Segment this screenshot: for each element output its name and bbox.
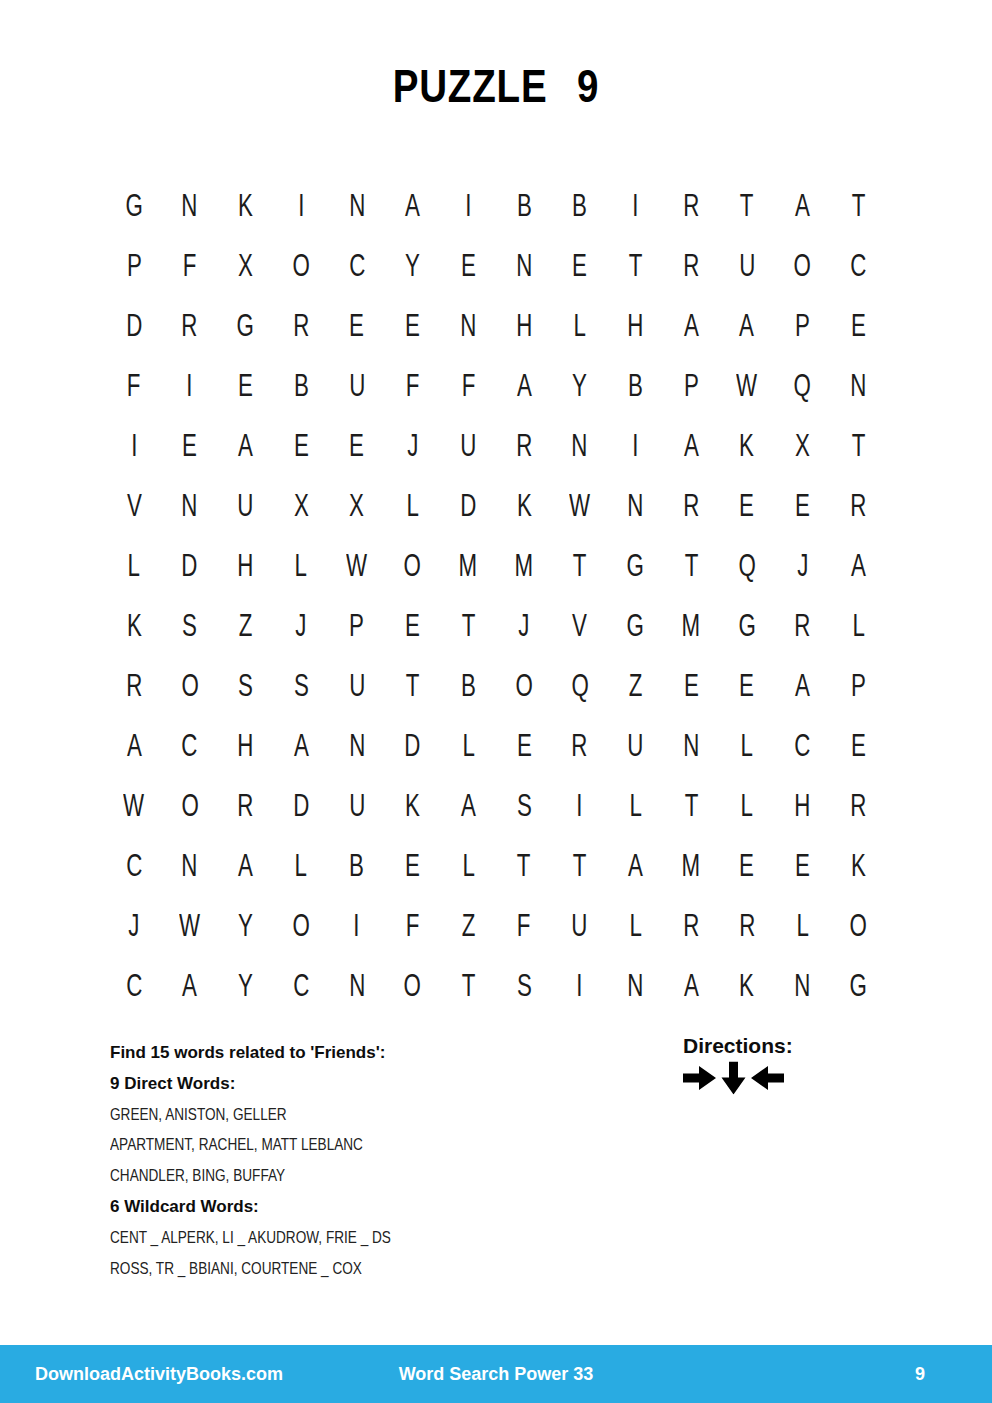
grid-cell-r4c9: Y: [552, 355, 608, 415]
word-search-grid: GNKINAIBBIRTATPFXOCYENETRUOCDRGREENHLHAA…: [106, 175, 886, 1015]
grid-cell-r5c10: I: [607, 415, 663, 475]
grid-cell-r9c4: S: [273, 655, 329, 715]
grid-cell-r10c3: H: [217, 715, 273, 775]
grid-cell-r6c3: U: [217, 475, 273, 535]
grid-cell-r6c11: R: [663, 475, 719, 535]
grid-cell-r1c5: N: [329, 175, 385, 235]
grid-cell-r12c8: T: [496, 835, 552, 895]
grid-cell-r1c10: I: [607, 175, 663, 235]
grid-cell-r1c3: K: [217, 175, 273, 235]
grid-cell-r5c8: R: [496, 415, 552, 475]
grid-cell-r13c3: Y: [217, 895, 273, 955]
grid-cell-r4c1: F: [106, 355, 162, 415]
grid-cell-r8c13: R: [775, 595, 831, 655]
grid-cell-r5c7: U: [440, 415, 496, 475]
grid-cell-r3c6: E: [385, 295, 441, 355]
grid-cell-r13c2: W: [162, 895, 218, 955]
grid-cell-r11c2: O: [162, 775, 218, 835]
grid-cell-r4c6: F: [385, 355, 441, 415]
grid-cell-r5c13: X: [775, 415, 831, 475]
grid-cell-r7c2: D: [162, 535, 218, 595]
down-arrow-icon: [721, 1062, 747, 1095]
direct-words-line: APARTMENT, RACHEL, MATT LEBLANC: [110, 1130, 590, 1161]
grid-cell-r6c4: X: [273, 475, 329, 535]
grid-cell-r7c7: M: [440, 535, 496, 595]
grid-cell-r10c1: A: [106, 715, 162, 775]
grid-cell-r8c14: L: [830, 595, 886, 655]
grid-cell-r5c4: E: [273, 415, 329, 475]
grid-cell-r12c3: A: [217, 835, 273, 895]
grid-cell-r9c13: A: [775, 655, 831, 715]
grid-cell-r9c2: O: [162, 655, 218, 715]
grid-cell-r2c14: C: [830, 235, 886, 295]
grid-cell-r6c10: N: [607, 475, 663, 535]
grid-cell-r9c10: Z: [607, 655, 663, 715]
grid-cell-r10c12: L: [719, 715, 775, 775]
grid-cell-r9c11: E: [663, 655, 719, 715]
grid-cell-r1c11: R: [663, 175, 719, 235]
grid-cell-r13c10: L: [607, 895, 663, 955]
grid-cell-r2c2: F: [162, 235, 218, 295]
grid-cell-r10c4: A: [273, 715, 329, 775]
find-words-heading: Find 15 words related to 'Friends':: [110, 1038, 590, 1069]
grid-cell-r5c5: E: [329, 415, 385, 475]
grid-cell-r12c13: E: [775, 835, 831, 895]
grid-cell-r6c1: V: [106, 475, 162, 535]
grid-cell-r8c10: G: [607, 595, 663, 655]
grid-cell-r14c8: S: [496, 955, 552, 1015]
grid-cell-r7c10: G: [607, 535, 663, 595]
grid-cell-r12c6: E: [385, 835, 441, 895]
grid-cell-r7c8: M: [496, 535, 552, 595]
grid-cell-r10c13: C: [775, 715, 831, 775]
grid-cell-r4c4: B: [273, 355, 329, 415]
direct-words-line: GREEN, ANISTON, GELLER: [110, 1100, 590, 1131]
grid-cell-r3c1: D: [106, 295, 162, 355]
grid-cell-r8c1: K: [106, 595, 162, 655]
grid-cell-r11c9: I: [552, 775, 608, 835]
grid-cell-r4c2: I: [162, 355, 218, 415]
grid-cell-r3c10: H: [607, 295, 663, 355]
grid-cell-r7c14: A: [830, 535, 886, 595]
grid-cell-r4c8: A: [496, 355, 552, 415]
grid-cell-r9c8: O: [496, 655, 552, 715]
grid-cell-r2c3: X: [217, 235, 273, 295]
grid-cell-r9c5: U: [329, 655, 385, 715]
grid-cell-r4c14: N: [830, 355, 886, 415]
grid-cell-r2c4: O: [273, 235, 329, 295]
grid-cell-r11c4: D: [273, 775, 329, 835]
grid-cell-r5c1: I: [106, 415, 162, 475]
grid-cell-r1c8: B: [496, 175, 552, 235]
right-arrow-icon: [683, 1065, 716, 1091]
grid-cell-r2c5: C: [329, 235, 385, 295]
grid-cell-r6c12: E: [719, 475, 775, 535]
grid-cell-r1c9: B: [552, 175, 608, 235]
grid-cell-r8c4: J: [273, 595, 329, 655]
grid-cell-r8c6: E: [385, 595, 441, 655]
footer-bar: DownloadActivityBooks.com Word Search Po…: [0, 1345, 992, 1403]
grid-cell-r14c10: N: [607, 955, 663, 1015]
grid-cell-r11c5: U: [329, 775, 385, 835]
grid-cell-r2c12: U: [719, 235, 775, 295]
grid-cell-r5c9: N: [552, 415, 608, 475]
grid-cell-r3c7: N: [440, 295, 496, 355]
grid-cell-r3c13: P: [775, 295, 831, 355]
grid-cell-r10c8: E: [496, 715, 552, 775]
grid-cell-r13c9: U: [552, 895, 608, 955]
footer-book-title: Word Search Power 33: [0, 1345, 992, 1403]
grid-cell-r2c8: N: [496, 235, 552, 295]
grid-cell-r13c6: F: [385, 895, 441, 955]
grid-cell-r12c4: L: [273, 835, 329, 895]
grid-cell-r3c4: R: [273, 295, 329, 355]
grid-cell-r6c9: W: [552, 475, 608, 535]
wildcard-words-line: ROSS, TR _ BBIANI, COURTENE _ COX: [110, 1254, 590, 1285]
grid-cell-r8c8: J: [496, 595, 552, 655]
grid-cell-r5c2: E: [162, 415, 218, 475]
grid-cell-r4c5: U: [329, 355, 385, 415]
grid-cell-r9c7: B: [440, 655, 496, 715]
grid-cell-r10c6: D: [385, 715, 441, 775]
grid-cell-r1c12: T: [719, 175, 775, 235]
grid-cell-r11c14: R: [830, 775, 886, 835]
grid-cell-r13c13: L: [775, 895, 831, 955]
grid-cell-r8c7: T: [440, 595, 496, 655]
grid-cell-r3c12: A: [719, 295, 775, 355]
grid-cell-r12c7: L: [440, 835, 496, 895]
grid-cell-r5c12: K: [719, 415, 775, 475]
grid-cell-r9c9: Q: [552, 655, 608, 715]
grid-cell-r12c12: E: [719, 835, 775, 895]
grid-cell-r12c5: B: [329, 835, 385, 895]
grid-cell-r4c10: B: [607, 355, 663, 415]
grid-cell-r13c4: O: [273, 895, 329, 955]
grid-cell-r2c6: Y: [385, 235, 441, 295]
grid-cell-r14c9: I: [552, 955, 608, 1015]
directions-arrows: [683, 1065, 793, 1091]
puzzle-page: PUZZLE 9 GNKINAIBBIRTATPFXOCYENETRUOCDRG…: [0, 0, 992, 1403]
grid-cell-r3c3: G: [217, 295, 273, 355]
grid-cell-r5c11: A: [663, 415, 719, 475]
grid-cell-r7c4: L: [273, 535, 329, 595]
grid-cell-r13c7: Z: [440, 895, 496, 955]
grid-cell-r3c2: R: [162, 295, 218, 355]
grid-cell-r9c6: T: [385, 655, 441, 715]
grid-cell-r7c12: Q: [719, 535, 775, 595]
grid-cell-r6c8: K: [496, 475, 552, 535]
direct-words-line: CHANDLER, BING, BUFFAY: [110, 1161, 590, 1192]
grid-cell-r4c7: F: [440, 355, 496, 415]
grid-cell-r10c10: U: [607, 715, 663, 775]
grid-cell-r11c12: L: [719, 775, 775, 835]
grid-cell-r1c7: I: [440, 175, 496, 235]
grid-cell-r1c1: G: [106, 175, 162, 235]
grid-cell-r11c13: H: [775, 775, 831, 835]
page-title-text: PUZZLE 9: [393, 58, 600, 113]
grid-cell-r1c14: T: [830, 175, 886, 235]
grid-cell-r7c11: T: [663, 535, 719, 595]
grid-cell-r1c13: A: [775, 175, 831, 235]
grid-cell-r9c14: P: [830, 655, 886, 715]
grid-cell-r2c9: E: [552, 235, 608, 295]
left-arrow-icon: [751, 1065, 784, 1091]
grid-cell-r4c13: Q: [775, 355, 831, 415]
grid-cell-r6c13: E: [775, 475, 831, 535]
page-title: PUZZLE 9: [0, 58, 992, 113]
grid-cell-r12c1: C: [106, 835, 162, 895]
grid-cell-r10c2: C: [162, 715, 218, 775]
grid-cell-r12c2: N: [162, 835, 218, 895]
grid-cell-r6c2: N: [162, 475, 218, 535]
grid-cell-r11c3: R: [217, 775, 273, 835]
grid-cell-r3c14: E: [830, 295, 886, 355]
grid-cell-r14c13: N: [775, 955, 831, 1015]
grid-cell-r10c5: N: [329, 715, 385, 775]
grid-cell-r7c3: H: [217, 535, 273, 595]
grid-cell-r6c5: X: [329, 475, 385, 535]
grid-cell-r4c3: E: [217, 355, 273, 415]
grid-cell-r10c9: R: [552, 715, 608, 775]
grid-cell-r9c1: R: [106, 655, 162, 715]
grid-cell-r7c5: W: [329, 535, 385, 595]
grid-cell-r12c9: T: [552, 835, 608, 895]
grid-cell-r7c6: O: [385, 535, 441, 595]
grid-cell-r14c1: C: [106, 955, 162, 1015]
grid-cell-r14c7: T: [440, 955, 496, 1015]
grid-cell-r5c6: J: [385, 415, 441, 475]
grid-cell-r11c1: W: [106, 775, 162, 835]
grid-cell-r7c1: L: [106, 535, 162, 595]
grid-cell-r8c5: P: [329, 595, 385, 655]
wildcard-words-heading: 6 Wildcard Words:: [110, 1192, 590, 1223]
grid-cell-r6c6: L: [385, 475, 441, 535]
grid-cell-r11c11: T: [663, 775, 719, 835]
grid-cell-r4c12: W: [719, 355, 775, 415]
grid-cell-r3c8: H: [496, 295, 552, 355]
grid-cell-r13c8: F: [496, 895, 552, 955]
grid-cell-r6c7: D: [440, 475, 496, 535]
grid-cell-r10c14: E: [830, 715, 886, 775]
clue-list: Find 15 words related to 'Friends': 9 Di…: [110, 1038, 590, 1284]
grid-cell-r5c3: A: [217, 415, 273, 475]
grid-cell-r3c9: L: [552, 295, 608, 355]
grid-cell-r13c14: O: [830, 895, 886, 955]
grid-cell-r2c11: R: [663, 235, 719, 295]
grid-cell-r1c6: A: [385, 175, 441, 235]
grid-cell-r1c2: N: [162, 175, 218, 235]
grid-cell-r13c1: J: [106, 895, 162, 955]
grid-cell-r3c11: A: [663, 295, 719, 355]
grid-cell-r11c8: S: [496, 775, 552, 835]
grid-cell-r2c13: O: [775, 235, 831, 295]
grid-cell-r14c4: C: [273, 955, 329, 1015]
grid-cell-r7c9: T: [552, 535, 608, 595]
grid-cell-r12c10: A: [607, 835, 663, 895]
grid-cell-r3c5: E: [329, 295, 385, 355]
grid-cell-r13c11: R: [663, 895, 719, 955]
grid-cell-r12c14: K: [830, 835, 886, 895]
grid-cell-r14c5: N: [329, 955, 385, 1015]
footer-page-number: 9: [915, 1345, 925, 1403]
directions-heading: Directions:: [683, 1034, 793, 1058]
grid-cell-r13c12: R: [719, 895, 775, 955]
grid-cell-r14c6: O: [385, 955, 441, 1015]
grid-cell-r11c6: K: [385, 775, 441, 835]
grid-cell-r2c7: E: [440, 235, 496, 295]
grid-cell-r8c3: Z: [217, 595, 273, 655]
grid-cell-r5c14: T: [830, 415, 886, 475]
grid-cell-r9c3: S: [217, 655, 273, 715]
grid-cell-r10c7: L: [440, 715, 496, 775]
grid-cell-r13c5: I: [329, 895, 385, 955]
grid-cell-r14c14: G: [830, 955, 886, 1015]
grid-cell-r8c12: G: [719, 595, 775, 655]
grid-cell-r7c13: J: [775, 535, 831, 595]
grid-cell-r4c11: P: [663, 355, 719, 415]
grid-cell-r11c7: A: [440, 775, 496, 835]
grid-cell-r10c11: N: [663, 715, 719, 775]
grid-cell-r6c14: R: [830, 475, 886, 535]
grid-cell-r1c4: I: [273, 175, 329, 235]
grid-cell-r14c3: Y: [217, 955, 273, 1015]
grid-cell-r12c11: M: [663, 835, 719, 895]
grid-cell-r14c11: A: [663, 955, 719, 1015]
grid-cell-r2c10: T: [607, 235, 663, 295]
direct-words-heading: 9 Direct Words:: [110, 1069, 590, 1100]
grid-cell-r8c9: V: [552, 595, 608, 655]
grid-cell-r9c12: E: [719, 655, 775, 715]
grid-cell-r8c11: M: [663, 595, 719, 655]
grid-cell-r2c1: P: [106, 235, 162, 295]
directions-panel: Directions:: [683, 1034, 793, 1091]
grid-cell-r11c10: L: [607, 775, 663, 835]
grid-cell-r8c2: S: [162, 595, 218, 655]
grid-cell-r14c2: A: [162, 955, 218, 1015]
grid-cell-r14c12: K: [719, 955, 775, 1015]
wildcard-words-line: CENT _ ALPERK, LI _ AKUDROW, FRIE _ DS: [110, 1223, 590, 1254]
